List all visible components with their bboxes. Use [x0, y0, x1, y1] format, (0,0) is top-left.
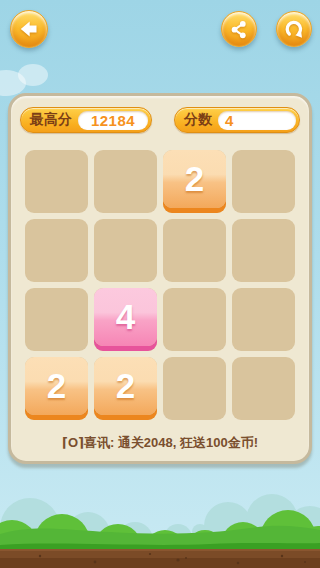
- best-score-pill: 最高分 12184: [20, 107, 152, 133]
- best-score-value: 12184: [78, 111, 148, 130]
- board-cell-r1c1: [25, 150, 88, 213]
- restart-button[interactable]: [276, 11, 312, 47]
- tile-2: 2: [163, 150, 226, 208]
- board-cell-r4c1: 2: [25, 357, 88, 420]
- back-button[interactable]: [10, 10, 48, 48]
- refresh-icon: [282, 17, 306, 41]
- board-cell-r3c3: [163, 288, 226, 351]
- cloud: [18, 64, 48, 86]
- tile-2: 2: [94, 357, 157, 415]
- board-cell-r4c3: [163, 357, 226, 420]
- game-panel: 最高分 12184 分数 4 2422 ⌈O⌉喜讯: 通关2048, 狂送100…: [8, 93, 312, 464]
- board-grid[interactable]: 2422: [25, 150, 295, 420]
- board-cell-r1c2: [94, 150, 157, 213]
- board-cell-r1c4: [232, 150, 295, 213]
- board-cell-r1c3: 2: [163, 150, 226, 213]
- tile-4: 4: [94, 288, 157, 346]
- game-screen: 最高分 12184 分数 4 2422 ⌈O⌉喜讯: 通关2048, 狂送100…: [0, 0, 320, 568]
- share-button[interactable]: [221, 11, 257, 47]
- board-cell-r4c4: [232, 357, 295, 420]
- scoreboard: 最高分 12184 分数 4: [11, 96, 309, 133]
- current-score-pill: 分数 4: [174, 107, 300, 133]
- back-arrow-icon: [16, 16, 42, 42]
- best-score-label: 最高分: [30, 111, 72, 129]
- current-score-label: 分数: [184, 111, 212, 129]
- board-cell-r3c1: [25, 288, 88, 351]
- board-cell-r2c2: [94, 219, 157, 282]
- current-score-value: 4: [218, 111, 296, 130]
- ground-scenery: [0, 488, 320, 568]
- board-cell-r2c1: [25, 219, 88, 282]
- share-icon: [227, 17, 251, 41]
- board-cell-r4c2: 2: [94, 357, 157, 420]
- board-cell-r3c4: [232, 288, 295, 351]
- notice-marquee: ⌈O⌉喜讯: 通关2048, 狂送100金币!: [11, 434, 309, 452]
- board-cell-r3c2: 4: [94, 288, 157, 351]
- tile-2: 2: [25, 357, 88, 415]
- board-cell-r2c4: [232, 219, 295, 282]
- board-cell-r2c3: [163, 219, 226, 282]
